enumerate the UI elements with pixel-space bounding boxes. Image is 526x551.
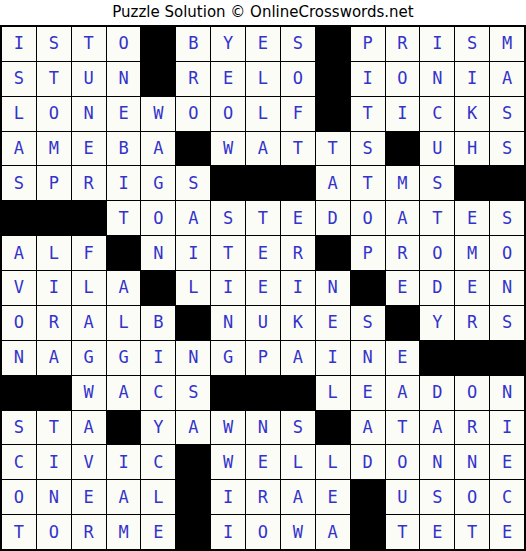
cell-letter: E [397,279,407,296]
cell-letter: I [14,35,24,52]
cell-letter: R [397,245,407,262]
cell-letter: N [432,70,442,87]
cell-letter: S [14,70,24,87]
grid-cell: E [246,27,280,61]
grid-cell: A [316,515,350,549]
cell-letter: E [502,454,512,471]
grid-cell: D [316,201,350,235]
grid-cell: S [211,201,245,235]
grid-cell: E [490,445,524,479]
cell-letter: L [258,70,268,87]
grid-cell: U [420,132,454,166]
cell-letter: L [188,279,198,296]
black-cell [246,376,280,410]
cell-letter: I [467,70,477,87]
cell-letter: A [14,140,24,157]
grid-cell: U [72,62,106,96]
grid-cell: M [490,27,524,61]
cell-letter: F [293,105,303,122]
cell-letter: I [118,454,128,471]
cell-letter: M [49,140,59,157]
cell-letter: T [14,524,24,541]
cell-letter: L [153,489,163,506]
grid-cell: P [37,166,71,200]
cell-letter: N [258,419,268,436]
grid-cell: E [246,271,280,305]
cell-letter: A [328,175,338,192]
grid-cell: A [351,411,385,445]
cell-letter: E [223,70,233,87]
grid-cell: N [420,62,454,96]
cell-letter: I [293,279,303,296]
grid-cell: C [420,97,454,131]
cell-letter: A [118,279,128,296]
grid-cell: P [351,27,385,61]
grid-cell: M [37,132,71,166]
grid-cell: E [386,341,420,375]
grid-cell: R [386,27,420,61]
cell-letter: T [118,210,128,227]
black-cell [72,201,106,235]
cell-letter: A [188,419,198,436]
cell-letter: A [293,349,303,366]
grid-cell: E [72,480,106,514]
cell-letter: E [84,140,94,157]
grid-cell: T [281,132,315,166]
grid-cell: W [211,411,245,445]
grid-cell: S [490,306,524,340]
grid-cell: R [72,166,106,200]
cell-letter: R [84,524,94,541]
cell-letter: G [223,349,233,366]
cell-letter: U [84,70,94,87]
cell-letter: E [328,314,338,331]
cell-letter: O [118,35,128,52]
cell-letter: O [397,70,407,87]
grid-cell: N [490,271,524,305]
grid-cell: W [72,376,106,410]
grid-cell: S [490,97,524,131]
grid-cell: Y [420,306,454,340]
cell-letter: L [258,105,268,122]
grid-cell: S [351,132,385,166]
cell-letter: A [49,349,59,366]
cell-letter: T [397,419,407,436]
grid-cell: N [72,97,106,131]
grid-cell: S [281,411,315,445]
grid-cell: E [351,376,385,410]
grid-cell: L [2,97,36,131]
grid-cell: A [386,376,420,410]
cell-letter: T [293,140,303,157]
cell-letter: A [14,245,24,262]
grid-cell: O [176,97,210,131]
grid-cell: S [37,27,71,61]
grid-cell: B [141,306,175,340]
cell-letter: O [467,384,477,401]
grid-cell: I [490,411,524,445]
grid-cell: S [2,62,36,96]
cell-letter: S [502,210,512,227]
grid-cell: I [455,62,489,96]
cell-letter: P [362,35,372,52]
black-cell [420,341,454,375]
grid-cell: K [281,306,315,340]
cell-letter: S [432,489,442,506]
grid-cell: E [420,515,454,549]
grid-cell: W [211,445,245,479]
grid-cell: O [2,306,36,340]
black-cell [37,376,71,410]
grid-cell: E [246,236,280,270]
grid-cell: T [37,411,71,445]
cell-letter: I [328,349,338,366]
grid-cell: I [37,445,71,479]
cell-letter: E [258,454,268,471]
grid-cell: G [107,341,141,375]
puzzle-solution-page: Puzzle Solution © OnlineCrosswords.net I… [0,0,526,551]
cell-letter: Y [153,419,163,436]
cell-letter: T [432,210,442,227]
cell-letter: N [328,279,338,296]
grid-cell: R [281,236,315,270]
grid-cell: N [37,480,71,514]
black-cell [211,376,245,410]
grid-cell: D [420,376,454,410]
grid-cell: C [141,445,175,479]
cell-letter: I [49,454,59,471]
grid-cell: O [281,62,315,96]
cell-letter: E [467,279,477,296]
grid-cell: U [246,306,280,340]
cell-letter: E [397,349,407,366]
cell-letter: A [362,419,372,436]
grid-cell: N [455,445,489,479]
cell-letter: S [293,419,303,436]
cell-letter: I [188,245,198,262]
grid-cell: I [2,27,36,61]
cell-letter: U [432,140,442,157]
cell-letter: N [153,245,163,262]
cell-letter: H [467,140,477,157]
black-cell [386,132,420,166]
grid-cell: E [316,306,350,340]
cell-letter: E [258,35,268,52]
grid-cell: N [141,236,175,270]
black-cell [386,306,420,340]
cell-letter: F [84,245,94,262]
cell-letter: R [84,175,94,192]
cell-letter: T [258,210,268,227]
grid-cell: S [2,411,36,445]
grid-cell: O [246,515,280,549]
cell-letter: K [293,314,303,331]
cell-letter: T [84,35,94,52]
black-cell [351,271,385,305]
grid-cell: N [107,62,141,96]
cell-letter: E [362,384,372,401]
cell-letter: G [84,349,94,366]
grid-cell: G [211,341,245,375]
grid-cell: O [455,480,489,514]
cell-letter: S [467,35,477,52]
grid-cell: T [2,515,36,549]
cell-letter: A [118,384,128,401]
grid-cell: R [455,306,489,340]
grid-cell: U [386,480,420,514]
grid-cell: F [281,97,315,131]
black-cell [107,236,141,270]
cell-letter: S [188,384,198,401]
black-cell [176,515,210,549]
grid-cell: T [211,236,245,270]
cell-letter: D [432,384,442,401]
cell-letter: W [153,105,163,122]
grid-cell: O [490,236,524,270]
cell-letter: E [432,524,442,541]
grid-cell: N [176,341,210,375]
grid-cell: Y [141,411,175,445]
grid-cell: I [107,445,141,479]
grid-cell: O [2,480,36,514]
cell-letter: N [49,489,59,506]
cell-letter: A [258,140,268,157]
cell-letter: L [49,245,59,262]
grid-cell: L [246,62,280,96]
black-cell [316,236,350,270]
black-cell [316,62,350,96]
grid-cell: V [2,271,36,305]
grid-cell: D [420,271,454,305]
grid-cell: A [176,411,210,445]
grid-cell: N [211,306,245,340]
black-cell [141,271,175,305]
grid-cell: E [141,515,175,549]
cell-letter: M [397,175,407,192]
grid-cell: T [386,515,420,549]
cell-letter: D [432,279,442,296]
cell-letter: W [223,419,233,436]
grid-cell: N [2,341,36,375]
grid-cell: A [281,341,315,375]
grid-cell: K [455,97,489,131]
grid-cell: L [316,376,350,410]
grid-cell: O [37,515,71,549]
cell-letter: E [258,245,268,262]
grid-cell: O [351,201,385,235]
cell-letter: I [502,419,512,436]
grid-cell: L [72,271,106,305]
cell-letter: W [293,524,303,541]
cell-letter: T [223,245,233,262]
cell-letter: R [188,70,198,87]
crossword-grid: ISTOBYESPRISMSTUNRELOIONIALONEWOOLFTICKS… [0,25,526,551]
cell-letter: O [502,245,512,262]
cell-letter: K [467,105,477,122]
grid-cell: I [107,166,141,200]
black-cell [176,480,210,514]
black-cell [316,27,350,61]
black-cell [2,376,36,410]
grid-cell: T [351,166,385,200]
black-cell [37,201,71,235]
grid-cell: E [386,271,420,305]
cell-letter: L [293,454,303,471]
cell-letter: S [293,35,303,52]
cell-letter: O [223,105,233,122]
grid-cell: R [455,411,489,445]
grid-cell: W [281,515,315,549]
cell-letter: D [362,454,372,471]
cell-letter: L [328,454,338,471]
cell-letter: O [49,105,59,122]
grid-cell: O [107,27,141,61]
cell-letter: R [258,489,268,506]
cell-letter: I [49,279,59,296]
grid-cell: A [2,132,36,166]
cell-letter: N [467,454,477,471]
cell-letter: A [188,210,198,227]
cell-letter: A [84,314,94,331]
grid-cell: A [420,411,454,445]
grid-cell: A [107,480,141,514]
grid-cell: I [211,480,245,514]
cell-letter: I [397,105,407,122]
cell-letter: M [502,35,512,52]
grid-cell: L [176,271,210,305]
cell-letter: T [362,105,372,122]
cell-letter: W [223,454,233,471]
grid-cell: I [281,271,315,305]
cell-letter: S [49,35,59,52]
cell-letter: A [84,419,94,436]
cell-letter: O [362,210,372,227]
cell-letter: N [502,279,512,296]
grid-cell: T [316,132,350,166]
cell-letter: L [118,314,128,331]
black-cell [107,411,141,445]
cell-letter: I [118,175,128,192]
grid-cell: I [351,62,385,96]
grid-cell: L [107,306,141,340]
black-cell [211,166,245,200]
grid-cell: M [386,166,420,200]
cell-letter: O [293,70,303,87]
cell-letter: P [49,175,59,192]
black-cell [2,201,36,235]
cell-letter: G [118,349,128,366]
grid-cell: G [141,166,175,200]
cell-letter: R [467,314,477,331]
cell-letter: T [362,175,372,192]
cell-letter: E [84,489,94,506]
black-cell [176,445,210,479]
cell-letter: U [258,314,268,331]
cell-letter: N [362,349,372,366]
grid-cell: N [351,341,385,375]
grid-cell: A [246,132,280,166]
cell-letter: S [362,140,372,157]
grid-cell: T [37,62,71,96]
grid-cell: E [455,271,489,305]
grid-cell: S [351,306,385,340]
grid-cell: A [176,201,210,235]
grid-cell: I [211,515,245,549]
cell-letter: S [14,175,24,192]
grid-cell: A [107,376,141,410]
cell-letter: C [502,489,512,506]
cell-letter: I [223,489,233,506]
grid-cell: S [420,166,454,200]
grid-cell: O [37,97,71,131]
grid-cell: L [316,445,350,479]
black-cell [281,376,315,410]
black-cell [176,306,210,340]
cell-letter: V [84,454,94,471]
cell-letter: M [467,245,477,262]
cell-letter: N [188,349,198,366]
cell-letter: T [328,140,338,157]
cell-letter: L [84,279,94,296]
grid-cell: M [455,236,489,270]
grid-cell: A [490,62,524,96]
cell-letter: S [502,314,512,331]
cell-letter: N [223,314,233,331]
grid-cell: W [141,97,175,131]
grid-cell: B [107,132,141,166]
grid-cell: A [281,480,315,514]
grid-cell: N [490,376,524,410]
grid-cell: S [490,132,524,166]
grid-cell: M [107,515,141,549]
grid-cell: A [2,236,36,270]
grid-cell: S [490,201,524,235]
cell-letter: T [49,419,59,436]
grid-cell: O [211,97,245,131]
cell-letter: B [188,35,198,52]
grid-cell: R [386,236,420,270]
cell-letter: G [153,175,163,192]
grid-cell: A [37,341,71,375]
black-cell [490,341,524,375]
grid-cell: V [72,445,106,479]
grid-cell: E [211,62,245,96]
grid-cell: D [351,445,385,479]
cell-letter: E [502,524,512,541]
grid-cell: I [420,27,454,61]
cell-letter: S [362,314,372,331]
grid-cell: N [420,445,454,479]
grid-cell: T [420,201,454,235]
grid-cell: C [490,480,524,514]
cell-letter: R [397,35,407,52]
cell-letter: A [432,419,442,436]
grid-cell: C [2,445,36,479]
black-cell [316,97,350,131]
grid-cell: A [72,306,106,340]
cell-letter: A [397,210,407,227]
cell-letter: E [328,489,338,506]
grid-cell: I [316,341,350,375]
cell-letter: A [502,70,512,87]
cell-letter: S [502,105,512,122]
grid-cell: A [386,201,420,235]
cell-letter: C [14,454,24,471]
grid-cell: R [37,306,71,340]
black-cell [141,62,175,96]
grid-cell: S [176,166,210,200]
cell-letter: O [14,314,24,331]
